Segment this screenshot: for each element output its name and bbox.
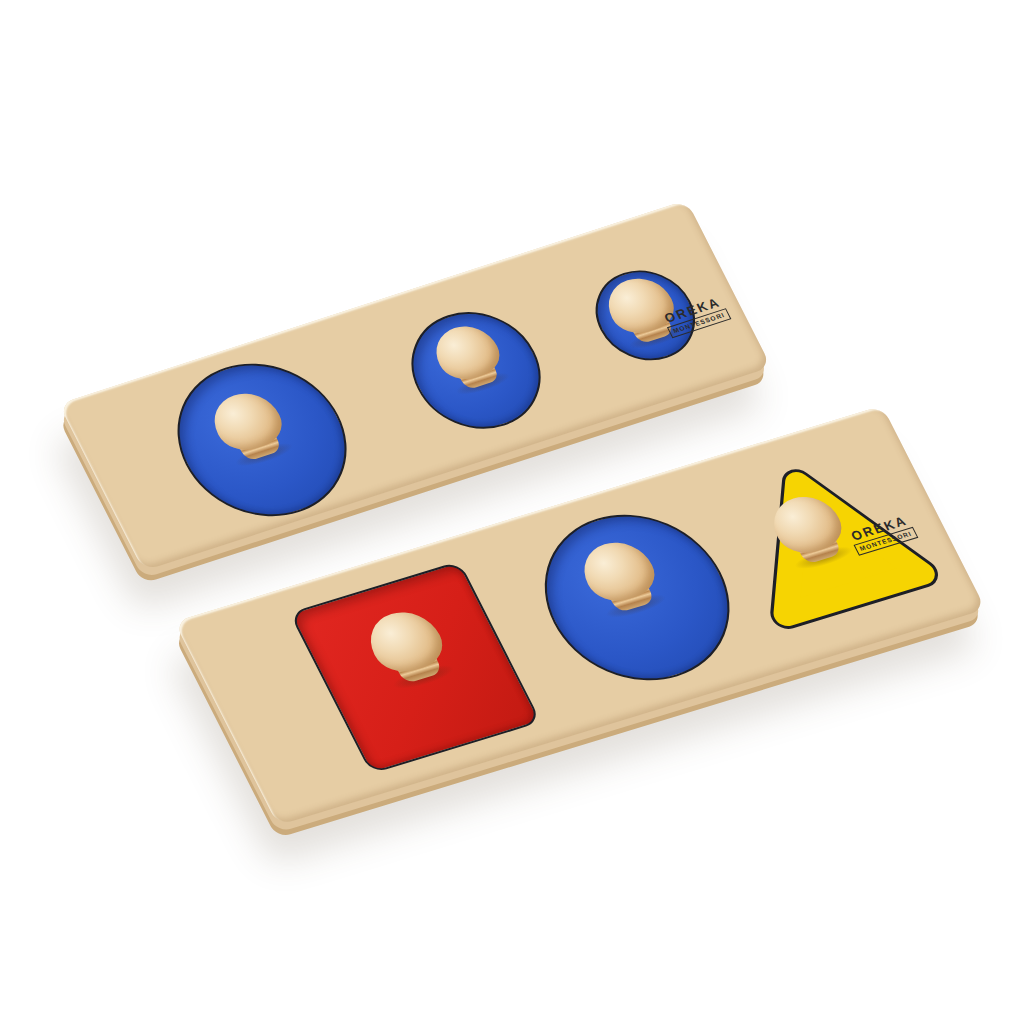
wooden-knob[interactable]: [204, 386, 297, 469]
piece-large-blue-circle[interactable]: [149, 343, 375, 537]
product-photo-scene: OREKA MONTESSORI: [0, 0, 1024, 1024]
piece-red-square[interactable]: [289, 561, 541, 774]
piece-medium-blue-circle[interactable]: [390, 297, 562, 445]
wooden-knob[interactable]: [359, 604, 458, 691]
wooden-knob[interactable]: [426, 319, 513, 397]
wooden-knob[interactable]: [573, 535, 670, 620]
